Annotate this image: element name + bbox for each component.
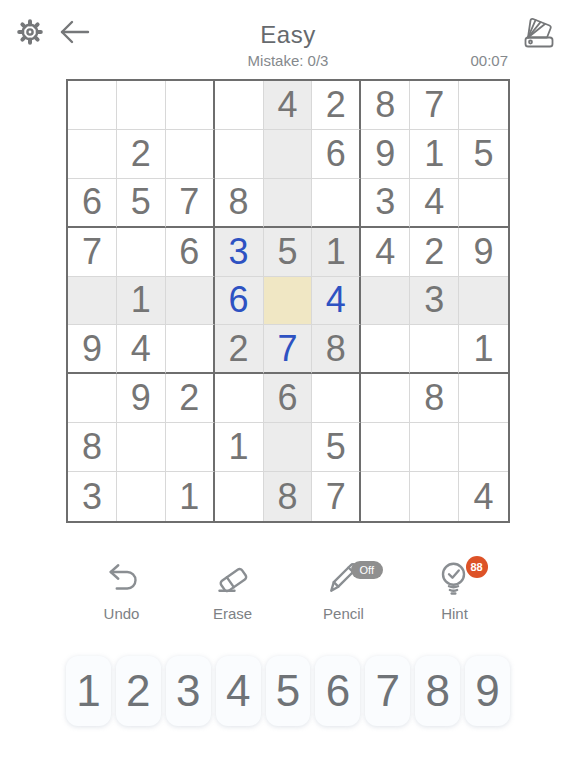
cell-r4c4[interactable]: 3 (215, 228, 264, 277)
numpad-key-2[interactable]: 2 (116, 656, 161, 726)
cell-r1c3[interactable] (166, 81, 215, 130)
difficulty-title: Easy (0, 21, 576, 49)
cell-r9c4[interactable] (215, 472, 264, 521)
cell-r3c7[interactable]: 3 (361, 179, 410, 228)
numpad-key-6[interactable]: 6 (315, 656, 360, 726)
cell-r1c2[interactable] (117, 81, 166, 130)
cell-r8c5[interactable] (264, 423, 313, 472)
cell-r8c1[interactable]: 8 (68, 423, 117, 472)
numpad-key-3[interactable]: 3 (166, 656, 211, 726)
cell-r5c6[interactable]: 4 (312, 277, 361, 326)
hint-button[interactable]: 88 Hint (399, 560, 510, 622)
pencil-button[interactable]: Off Pencil (288, 560, 399, 622)
timer: 00:07 (470, 52, 508, 69)
cell-r7c3[interactable]: 2 (166, 374, 215, 423)
cell-r9c2[interactable] (117, 472, 166, 521)
cell-r1c6[interactable]: 2 (312, 81, 361, 130)
cell-r3c4[interactable]: 8 (215, 179, 264, 228)
numpad-key-7[interactable]: 7 (365, 656, 410, 726)
cell-r9c5[interactable]: 8 (264, 472, 313, 521)
cell-r5c9[interactable] (459, 277, 508, 326)
cell-r8c3[interactable] (166, 423, 215, 472)
cell-r7c6[interactable] (312, 374, 361, 423)
cell-r6c6[interactable]: 8 (312, 325, 361, 374)
cell-r4c6[interactable]: 1 (312, 228, 361, 277)
cell-r7c5[interactable]: 6 (264, 374, 313, 423)
cell-r2c3[interactable] (166, 130, 215, 179)
cell-r6c2[interactable]: 4 (117, 325, 166, 374)
cell-r2c6[interactable]: 6 (312, 130, 361, 179)
cell-r1c7[interactable]: 8 (361, 81, 410, 130)
cell-r6c9[interactable]: 1 (459, 325, 508, 374)
cell-r1c4[interactable] (215, 81, 264, 130)
cell-r3c6[interactable] (312, 179, 361, 228)
cell-r5c2[interactable]: 1 (117, 277, 166, 326)
cell-r4c7[interactable]: 4 (361, 228, 410, 277)
cell-r4c8[interactable]: 2 (410, 228, 459, 277)
cell-r1c9[interactable] (459, 81, 508, 130)
cell-r5c4[interactable]: 6 (215, 277, 264, 326)
mistake-counter: Mistake: 0/3 (66, 52, 510, 69)
cell-r5c1[interactable] (68, 277, 117, 326)
cell-r5c5[interactable] (264, 277, 313, 326)
cell-r3c3[interactable]: 7 (166, 179, 215, 228)
cell-r5c3[interactable] (166, 277, 215, 326)
cell-r5c7[interactable] (361, 277, 410, 326)
cell-r4c5[interactable]: 5 (264, 228, 313, 277)
cell-r1c8[interactable]: 7 (410, 81, 459, 130)
cell-r9c3[interactable]: 1 (166, 472, 215, 521)
cell-r3c8[interactable]: 4 (410, 179, 459, 228)
hint-count-badge: 88 (466, 556, 488, 578)
cell-r5c8[interactable]: 3 (410, 277, 459, 326)
cell-r8c6[interactable]: 5 (312, 423, 361, 472)
cell-r7c7[interactable] (361, 374, 410, 423)
cell-r9c1[interactable]: 3 (68, 472, 117, 521)
cell-r7c1[interactable] (68, 374, 117, 423)
cell-r6c3[interactable] (166, 325, 215, 374)
cell-r4c1[interactable]: 7 (68, 228, 117, 277)
cell-r9c8[interactable] (410, 472, 459, 521)
cell-r7c9[interactable] (459, 374, 508, 423)
cell-r8c2[interactable] (117, 423, 166, 472)
cell-r3c9[interactable] (459, 179, 508, 228)
cell-r2c7[interactable]: 9 (361, 130, 410, 179)
pencil-off-badge[interactable]: Off (351, 561, 383, 579)
cell-r6c1[interactable]: 9 (68, 325, 117, 374)
cell-r4c2[interactable] (117, 228, 166, 277)
erase-button[interactable]: Erase (177, 560, 288, 622)
undo-label: Undo (104, 605, 140, 622)
numpad-key-1[interactable]: 1 (66, 656, 111, 726)
cell-r8c8[interactable] (410, 423, 459, 472)
cell-r2c9[interactable]: 5 (459, 130, 508, 179)
numpad-key-4[interactable]: 4 (216, 656, 261, 726)
eraser-icon (215, 560, 251, 596)
cell-r3c2[interactable]: 5 (117, 179, 166, 228)
cell-r1c5[interactable]: 4 (264, 81, 313, 130)
cell-r2c1[interactable] (68, 130, 117, 179)
cell-r9c7[interactable] (361, 472, 410, 521)
numpad-key-5[interactable]: 5 (266, 656, 311, 726)
cell-r3c5[interactable] (264, 179, 313, 228)
cell-r1c1[interactable] (68, 81, 117, 130)
cell-r7c2[interactable]: 9 (117, 374, 166, 423)
cell-r7c8[interactable]: 8 (410, 374, 459, 423)
undo-icon (104, 560, 140, 596)
cell-r8c4[interactable]: 1 (215, 423, 264, 472)
cell-r4c3[interactable]: 6 (166, 228, 215, 277)
cell-r2c2[interactable]: 2 (117, 130, 166, 179)
theme-swatches-icon (519, 12, 559, 52)
cell-r6c4[interactable]: 2 (215, 325, 264, 374)
cell-r2c5[interactable] (264, 130, 313, 179)
cell-r9c6[interactable]: 7 (312, 472, 361, 521)
numpad-key-8[interactable]: 8 (415, 656, 460, 726)
undo-button[interactable]: Undo (66, 560, 177, 622)
cell-r2c4[interactable] (215, 130, 264, 179)
numberpad: 123456789 (66, 656, 510, 726)
sudoku-board: 4287269156578347635142916439427819268815… (66, 79, 510, 523)
cell-r6c5[interactable]: 7 (264, 325, 313, 374)
cell-r9c9[interactable]: 4 (459, 472, 508, 521)
numpad-key-9[interactable]: 9 (465, 656, 510, 726)
hint-label: Hint (441, 605, 468, 622)
cell-r8c9[interactable] (459, 423, 508, 472)
cell-r3c1[interactable]: 6 (68, 179, 117, 228)
pencil-label: Pencil (323, 605, 364, 622)
cell-r4c9[interactable]: 9 (459, 228, 508, 277)
erase-label: Erase (213, 605, 252, 622)
cell-r2c8[interactable]: 1 (410, 130, 459, 179)
cell-r7c4[interactable] (215, 374, 264, 423)
cell-r6c8[interactable] (410, 325, 459, 374)
theme-button[interactable] (519, 12, 559, 52)
status-bar: Mistake: 0/3 00:07 (66, 52, 510, 74)
cell-r8c7[interactable] (361, 423, 410, 472)
toolbar: Undo Erase Off Pencil 88 Hint (66, 560, 510, 622)
cell-r6c7[interactable] (361, 325, 410, 374)
